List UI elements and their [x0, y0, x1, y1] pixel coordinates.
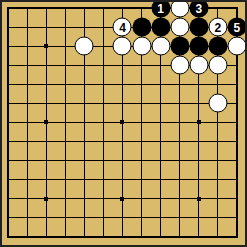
grid-line-horizontal [18, 84, 37, 85]
grid-line-horizontal [94, 217, 113, 218]
intersection-1-1 [18, 18, 37, 37]
intersection-1-0 [18, 0, 37, 18]
grid-line-horizontal [227, 122, 237, 123]
intersection-7-6 [132, 113, 151, 132]
intersection-4-0 [75, 0, 94, 18]
grid-line-horizontal [170, 217, 189, 218]
intersection-12-5 [227, 94, 246, 113]
intersection-6-10 [113, 189, 132, 208]
move-number: 4 [119, 21, 126, 33]
grid-line-horizontal [151, 217, 170, 218]
intersection-12-12 [227, 227, 246, 246]
intersection-4-12 [75, 227, 94, 246]
intersection-11-7 [208, 132, 227, 151]
grid-line-horizontal [113, 141, 132, 142]
grid-line-horizontal [56, 84, 75, 85]
grid-line-horizontal [18, 198, 37, 199]
intersection-10-0: 3 [189, 0, 208, 18]
grid-line-horizontal [227, 141, 237, 142]
intersection-4-6 [75, 113, 94, 132]
intersection-5-7 [94, 132, 113, 151]
move-number: 3 [195, 2, 202, 14]
grid-line-horizontal [189, 179, 208, 180]
grid-line-horizontal [18, 8, 37, 9]
intersection-9-8 [170, 151, 189, 170]
intersection-9-3 [170, 56, 189, 75]
grid-line-horizontal [56, 198, 75, 199]
grid-line-horizontal [94, 27, 113, 28]
intersection-9-5 [170, 94, 189, 113]
intersection-5-11 [94, 208, 113, 227]
intersection-6-7 [113, 132, 132, 151]
move-number: 2 [215, 21, 222, 33]
grid-line-vertical [141, 8, 142, 18]
intersection-12-0 [227, 0, 246, 18]
intersection-8-3 [151, 56, 170, 75]
white-stone [113, 37, 132, 56]
intersection-9-0 [170, 0, 189, 18]
grid-line-horizontal [56, 8, 75, 9]
star-point [120, 197, 124, 201]
intersection-7-11 [132, 208, 151, 227]
intersection-1-8 [18, 151, 37, 170]
grid-line-horizontal [151, 103, 170, 104]
intersection-2-2 [37, 37, 56, 56]
go-board-diagram: 13425 [0, 0, 247, 247]
white-stone [170, 18, 189, 37]
grid-line-horizontal [151, 236, 170, 237]
intersection-9-6 [170, 113, 189, 132]
grid-line-horizontal [37, 84, 56, 85]
black-stone [189, 18, 208, 37]
grid-line-horizontal [18, 141, 37, 142]
intersection-12-11 [227, 208, 246, 227]
intersection-5-4 [94, 75, 113, 94]
intersection-9-4 [170, 75, 189, 94]
intersection-3-6 [56, 113, 75, 132]
grid-line-horizontal [37, 8, 56, 9]
intersection-8-6 [151, 113, 170, 132]
grid-line-horizontal [189, 217, 208, 218]
intersection-8-0: 1 [151, 0, 170, 18]
go-board: 13425 [0, 0, 246, 246]
intersection-7-3 [132, 56, 151, 75]
grid-line-horizontal [8, 103, 18, 104]
grid-line-horizontal [170, 103, 189, 104]
black-stone: 1 [151, 0, 170, 18]
grid-line-horizontal [132, 198, 151, 199]
intersection-6-2 [113, 37, 132, 56]
intersection-6-11 [113, 208, 132, 227]
intersection-12-3 [227, 56, 246, 75]
intersection-5-8 [94, 151, 113, 170]
grid-line-horizontal [18, 160, 37, 161]
white-stone [170, 0, 189, 18]
grid-line-horizontal [208, 122, 227, 123]
white-stone [227, 37, 246, 56]
intersection-10-3 [189, 56, 208, 75]
intersection-6-3 [113, 56, 132, 75]
star-point [44, 120, 48, 124]
grid-line-vertical [65, 8, 66, 18]
intersection-5-0 [94, 0, 113, 18]
intersection-8-11 [151, 208, 170, 227]
intersection-6-9 [113, 170, 132, 189]
black-stone [170, 37, 189, 56]
intersection-6-4 [113, 75, 132, 94]
intersection-2-5 [37, 94, 56, 113]
intersection-3-8 [56, 151, 75, 170]
intersection-2-4 [37, 75, 56, 94]
grid-line-horizontal [113, 236, 132, 237]
intersection-5-12 [94, 227, 113, 246]
grid-line-horizontal [94, 198, 113, 199]
grid-line-horizontal [8, 160, 18, 161]
star-point [197, 120, 201, 124]
grid-line-horizontal [75, 217, 94, 218]
intersection-12-8 [227, 151, 246, 170]
intersection-11-8 [208, 151, 227, 170]
intersection-10-11 [189, 208, 208, 227]
white-stone [170, 56, 189, 75]
white-stone [189, 56, 208, 75]
grid-line-horizontal [37, 160, 56, 161]
white-stone [75, 37, 94, 56]
grid-line-horizontal [37, 141, 56, 142]
intersection-10-2 [189, 37, 208, 56]
intersection-7-9 [132, 170, 151, 189]
grid-line-horizontal [94, 236, 113, 237]
intersection-12-1: 5 [227, 18, 246, 37]
grid-line-horizontal [170, 160, 189, 161]
intersection-9-11 [170, 208, 189, 227]
grid-line-horizontal [18, 122, 37, 123]
star-point [44, 197, 48, 201]
grid-line-horizontal [170, 122, 189, 123]
grid-line-horizontal [75, 179, 94, 180]
intersection-3-10 [56, 189, 75, 208]
grid-line-vertical [46, 8, 47, 18]
grid-line-horizontal [132, 160, 151, 161]
grid-line-horizontal [94, 103, 113, 104]
intersection-11-11 [208, 208, 227, 227]
grid-line-horizontal [170, 179, 189, 180]
intersection-0-3 [0, 56, 18, 75]
intersection-8-8 [151, 151, 170, 170]
grid-line-horizontal [151, 65, 170, 66]
intersection-5-3 [94, 56, 113, 75]
intersection-1-11 [18, 208, 37, 227]
grid-line-horizontal [94, 8, 113, 9]
intersection-3-1 [56, 18, 75, 37]
grid-line-horizontal [208, 160, 227, 161]
grid-line-horizontal [227, 84, 237, 85]
grid-line-horizontal [113, 179, 132, 180]
move-number: 5 [234, 21, 241, 33]
intersection-8-1 [151, 18, 170, 37]
intersection-4-9 [75, 170, 94, 189]
grid-line-horizontal [170, 198, 189, 199]
intersection-8-12 [151, 227, 170, 246]
intersection-10-8 [189, 151, 208, 170]
white-stone: 2 [208, 18, 227, 37]
grid-line-horizontal [208, 217, 227, 218]
grid-line-horizontal [151, 141, 170, 142]
grid-line-horizontal [151, 84, 170, 85]
intersection-3-9 [56, 170, 75, 189]
white-stone [132, 37, 151, 56]
grid-line-horizontal [189, 141, 208, 142]
intersection-10-12 [189, 227, 208, 246]
intersection-1-3 [18, 56, 37, 75]
grid-line-horizontal [37, 103, 56, 104]
grid-line-horizontal [208, 179, 227, 180]
intersection-7-12 [132, 227, 151, 246]
grid-line-horizontal [132, 122, 151, 123]
intersection-2-6 [37, 113, 56, 132]
intersection-10-4 [189, 75, 208, 94]
grid-line-horizontal [227, 103, 237, 104]
intersection-0-10 [0, 189, 18, 208]
intersection-8-10 [151, 189, 170, 208]
grid-line-horizontal [75, 236, 94, 237]
intersection-5-9 [94, 170, 113, 189]
grid-line-horizontal [56, 236, 75, 237]
intersection-9-12 [170, 227, 189, 246]
grid-line-horizontal [208, 198, 227, 199]
intersection-2-7 [37, 132, 56, 151]
intersection-5-6 [94, 113, 113, 132]
grid-line-horizontal [189, 236, 208, 237]
grid-line-horizontal [113, 8, 132, 9]
grid-line-horizontal [75, 84, 94, 85]
grid-line-horizontal [94, 46, 113, 47]
grid-line-horizontal [94, 160, 113, 161]
intersection-7-2 [132, 37, 151, 56]
grid-line-horizontal [8, 8, 18, 9]
grid-line-horizontal [132, 236, 151, 237]
intersection-11-9 [208, 170, 227, 189]
grid-line-vertical [236, 8, 237, 18]
grid-line-vertical [217, 8, 218, 18]
intersection-5-5 [94, 94, 113, 113]
grid-line-horizontal [75, 141, 94, 142]
intersection-1-5 [18, 94, 37, 113]
grid-line-horizontal [18, 103, 37, 104]
grid-line-horizontal [113, 160, 132, 161]
grid-line-horizontal [208, 236, 227, 237]
intersection-12-10 [227, 189, 246, 208]
intersection-10-6 [189, 113, 208, 132]
intersection-7-0 [132, 0, 151, 18]
black-stone [151, 18, 170, 37]
intersection-3-12 [56, 227, 75, 246]
grid-line-horizontal [18, 27, 37, 28]
intersection-8-5 [151, 94, 170, 113]
grid-line-horizontal [189, 84, 208, 85]
grid-line-horizontal [113, 217, 132, 218]
intersection-11-0 [208, 0, 227, 18]
grid-line-horizontal [227, 160, 237, 161]
black-stone [208, 37, 227, 56]
grid-line-horizontal [8, 236, 18, 237]
intersection-1-4 [18, 75, 37, 94]
intersection-3-3 [56, 56, 75, 75]
intersection-5-2 [94, 37, 113, 56]
intersection-11-5 [208, 94, 227, 113]
grid-line-horizontal [56, 141, 75, 142]
black-stone [189, 37, 208, 56]
intersection-10-1 [189, 18, 208, 37]
grid-line-horizontal [56, 65, 75, 66]
intersection-4-10 [75, 189, 94, 208]
intersection-3-4 [56, 75, 75, 94]
grid-line-horizontal [75, 160, 94, 161]
intersection-0-9 [0, 170, 18, 189]
intersection-7-8 [132, 151, 151, 170]
grid-line-horizontal [8, 198, 18, 199]
intersection-2-1 [37, 18, 56, 37]
intersection-12-9 [227, 170, 246, 189]
intersection-2-0 [37, 0, 56, 18]
grid-line-horizontal [189, 160, 208, 161]
intersection-1-2 [18, 37, 37, 56]
grid-line-horizontal [37, 217, 56, 218]
intersection-1-9 [18, 170, 37, 189]
intersection-9-7 [170, 132, 189, 151]
grid-line-horizontal [56, 217, 75, 218]
intersection-9-1 [170, 18, 189, 37]
grid-line-horizontal [56, 160, 75, 161]
grid-line-horizontal [8, 179, 18, 180]
grid-line-horizontal [227, 179, 237, 180]
grid-line-horizontal [8, 27, 18, 28]
intersection-2-10 [37, 189, 56, 208]
intersection-6-6 [113, 113, 132, 132]
grid-line-horizontal [56, 122, 75, 123]
grid-line-horizontal [113, 65, 132, 66]
intersection-6-1: 4 [113, 18, 132, 37]
intersection-11-2 [208, 37, 227, 56]
grid-line-horizontal [208, 84, 227, 85]
intersection-11-3 [208, 56, 227, 75]
intersection-11-4 [208, 75, 227, 94]
intersection-10-9 [189, 170, 208, 189]
grid-line-horizontal [227, 8, 237, 9]
grid-line-horizontal [189, 103, 208, 104]
grid-line-horizontal [37, 65, 56, 66]
intersection-6-5 [113, 94, 132, 113]
grid-line-horizontal [37, 236, 56, 237]
grid-line-horizontal [8, 46, 18, 47]
intersection-10-10 [189, 189, 208, 208]
grid-line-horizontal [170, 236, 189, 237]
intersection-1-6 [18, 113, 37, 132]
grid-line-horizontal [132, 179, 151, 180]
intersection-11-12 [208, 227, 227, 246]
grid-line-horizontal [208, 141, 227, 142]
white-stone [208, 94, 227, 113]
black-stone [132, 18, 151, 37]
intersection-8-2 [151, 37, 170, 56]
intersection-0-11 [0, 208, 18, 227]
intersection-11-1: 2 [208, 18, 227, 37]
grid-line-horizontal [113, 84, 132, 85]
grid-line-horizontal [8, 65, 18, 66]
grid-line-horizontal [75, 27, 94, 28]
grid-line-horizontal [18, 46, 37, 47]
intersection-4-7 [75, 132, 94, 151]
grid-line-horizontal [113, 103, 132, 104]
intersection-1-7 [18, 132, 37, 151]
intersection-4-1 [75, 18, 94, 37]
grid-line-horizontal [94, 141, 113, 142]
grid-line-horizontal [56, 27, 75, 28]
intersection-0-1 [0, 18, 18, 37]
intersection-1-12 [18, 227, 37, 246]
intersection-12-7 [227, 132, 246, 151]
intersection-3-7 [56, 132, 75, 151]
grid-line-horizontal [132, 8, 151, 9]
white-stone [208, 56, 227, 75]
black-stone: 3 [189, 0, 208, 18]
intersection-6-12 [113, 227, 132, 246]
grid-line-horizontal [8, 122, 18, 123]
intersection-4-5 [75, 94, 94, 113]
grid-line-horizontal [132, 217, 151, 218]
grid-line-horizontal [75, 198, 94, 199]
intersection-0-6 [0, 113, 18, 132]
star-point [44, 44, 48, 48]
white-stone: 4 [113, 18, 132, 37]
grid-line-horizontal [18, 179, 37, 180]
intersection-0-7 [0, 132, 18, 151]
intersection-10-7 [189, 132, 208, 151]
intersection-3-5 [56, 94, 75, 113]
intersection-4-2 [75, 37, 94, 56]
intersection-5-1 [94, 18, 113, 37]
grid-line-vertical [27, 8, 28, 18]
grid-line-horizontal [94, 122, 113, 123]
grid-line-horizontal [37, 179, 56, 180]
grid-line-horizontal [132, 65, 151, 66]
intersection-9-10 [170, 189, 189, 208]
intersection-7-5 [132, 94, 151, 113]
intersection-4-3 [75, 56, 94, 75]
grid-line-horizontal [94, 84, 113, 85]
intersection-11-6 [208, 113, 227, 132]
intersection-2-12 [37, 227, 56, 246]
grid-line-vertical [122, 8, 123, 18]
intersection-5-10 [94, 189, 113, 208]
intersection-4-4 [75, 75, 94, 94]
star-point [120, 120, 124, 124]
intersection-0-8 [0, 151, 18, 170]
intersection-7-1 [132, 18, 151, 37]
grid-line-vertical [103, 8, 104, 18]
grid-line-horizontal [170, 84, 189, 85]
grid-line-horizontal [227, 198, 237, 199]
grid-line-horizontal [132, 103, 151, 104]
grid-line-horizontal [75, 122, 94, 123]
grid-line-horizontal [227, 65, 237, 66]
grid-line-vertical [8, 8, 9, 18]
intersection-2-3 [37, 56, 56, 75]
grid-line-horizontal [132, 141, 151, 142]
intersection-10-5 [189, 94, 208, 113]
grid-line-horizontal [56, 103, 75, 104]
black-stone: 5 [227, 18, 246, 37]
